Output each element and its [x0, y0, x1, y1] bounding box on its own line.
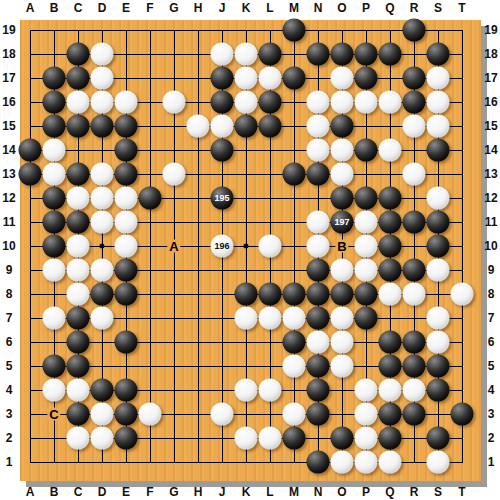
row-label-left: 2 — [6, 432, 13, 444]
row-label-left: 16 — [2, 96, 15, 108]
white-stone — [235, 91, 258, 114]
black-stone — [403, 403, 426, 426]
white-stone — [379, 451, 402, 474]
white-stone — [307, 235, 330, 258]
white-stone — [235, 427, 258, 450]
black-stone — [331, 283, 354, 306]
white-stone — [235, 67, 258, 90]
white-stone — [43, 163, 66, 186]
white-stone — [91, 259, 114, 282]
white-stone — [211, 115, 234, 138]
white-stone — [259, 307, 282, 330]
white-stone — [355, 211, 378, 234]
column-label-top: P — [362, 2, 370, 14]
white-stone — [115, 211, 138, 234]
white-stone — [355, 91, 378, 114]
black-stone — [427, 427, 450, 450]
black-stone — [91, 379, 114, 402]
row-label-left: 14 — [2, 144, 15, 156]
black-stone — [235, 283, 258, 306]
white-stone — [283, 355, 306, 378]
row-label-left: 7 — [6, 312, 13, 324]
black-stone — [355, 139, 378, 162]
black-stone — [115, 163, 138, 186]
white-stone — [379, 91, 402, 114]
white-stone — [403, 115, 426, 138]
black-stone — [283, 427, 306, 450]
black-stone — [115, 283, 138, 306]
point-label: C — [47, 408, 60, 421]
black-stone — [259, 91, 282, 114]
go-diagram: 195196197ABC AABBCCDDEEFFGGHHJJKKLLMMNNO… — [0, 0, 500, 500]
row-label-left: 19 — [2, 24, 15, 36]
white-stone — [115, 235, 138, 258]
black-stone — [19, 163, 42, 186]
black-stone — [331, 115, 354, 138]
white-stone — [67, 259, 90, 282]
row-label-left: 1 — [6, 456, 13, 468]
column-label-top: J — [219, 2, 226, 14]
black-stone — [355, 283, 378, 306]
white-stone — [307, 139, 330, 162]
row-label-left: 11 — [3, 216, 16, 228]
black-stone — [427, 139, 450, 162]
black-stone — [403, 211, 426, 234]
column-label-top: T — [458, 2, 465, 14]
white-stone — [67, 235, 90, 258]
white-stone — [331, 259, 354, 282]
row-label-right: 15 — [484, 120, 497, 132]
white-stone — [331, 163, 354, 186]
white-stone — [307, 211, 330, 234]
column-label-top: R — [410, 2, 419, 14]
column-label-top: C — [74, 2, 83, 14]
row-label-right: 3 — [488, 408, 495, 420]
white-stone — [91, 67, 114, 90]
row-label-left: 5 — [6, 360, 13, 372]
black-stone — [427, 379, 450, 402]
black-stone — [355, 67, 378, 90]
black-stone — [427, 43, 450, 66]
black-stone — [379, 427, 402, 450]
white-stone — [259, 427, 282, 450]
row-label-right: 14 — [484, 144, 497, 156]
row-label-left: 3 — [6, 408, 13, 420]
point-label: A — [167, 240, 180, 253]
row-label-right: 4 — [488, 384, 495, 396]
column-label-bottom: M — [289, 486, 299, 498]
white-stone — [427, 307, 450, 330]
black-stone — [355, 187, 378, 210]
white-stone — [259, 235, 282, 258]
black-stone — [403, 67, 426, 90]
black-stone — [283, 19, 306, 42]
black-stone — [259, 283, 282, 306]
black-stone — [451, 403, 474, 426]
black-stone — [67, 307, 90, 330]
move-number-label: 195 — [214, 194, 229, 203]
white-stone — [427, 259, 450, 282]
white-stone — [427, 451, 450, 474]
white-stone — [355, 403, 378, 426]
white-stone — [235, 307, 258, 330]
column-label-bottom: G — [169, 486, 178, 498]
white-stone — [331, 307, 354, 330]
row-label-left: 10 — [2, 240, 15, 252]
row-label-left: 13 — [2, 168, 15, 180]
white-stone — [259, 67, 282, 90]
column-label-top: L — [266, 2, 273, 14]
column-label-bottom: E — [122, 486, 130, 498]
black-stone — [427, 235, 450, 258]
column-label-top: O — [337, 2, 346, 14]
star-point — [100, 244, 105, 249]
move-number-label: 197 — [334, 218, 349, 227]
black-stone — [427, 211, 450, 234]
column-label-bottom: B — [50, 486, 59, 498]
white-stone — [451, 283, 474, 306]
white-stone — [355, 235, 378, 258]
white-stone — [139, 403, 162, 426]
white-stone — [211, 403, 234, 426]
black-stone — [91, 115, 114, 138]
white-stone — [67, 379, 90, 402]
black-stone — [307, 451, 330, 474]
row-label-right: 11 — [485, 216, 498, 228]
black-stone — [115, 259, 138, 282]
white-stone — [163, 91, 186, 114]
row-label-left: 8 — [6, 288, 13, 300]
white-stone — [355, 379, 378, 402]
black-stone — [379, 187, 402, 210]
black-stone — [307, 355, 330, 378]
white-stone — [379, 283, 402, 306]
row-label-right: 12 — [484, 192, 497, 204]
white-stone — [91, 91, 114, 114]
black-stone — [115, 403, 138, 426]
black-stone — [259, 43, 282, 66]
black-stone — [379, 355, 402, 378]
white-stone — [43, 139, 66, 162]
black-stone — [43, 115, 66, 138]
white-stone — [91, 211, 114, 234]
white-stone — [91, 427, 114, 450]
black-stone — [43, 91, 66, 114]
column-label-top: S — [434, 2, 442, 14]
black-stone — [307, 403, 330, 426]
row-label-right: 5 — [488, 360, 495, 372]
column-label-top: N — [314, 2, 323, 14]
column-label-bottom: Q — [385, 486, 394, 498]
black-stone — [211, 67, 234, 90]
black-stone — [307, 307, 330, 330]
white-stone — [331, 91, 354, 114]
black-stone — [115, 427, 138, 450]
white-stone — [43, 259, 66, 282]
white-stone — [379, 139, 402, 162]
column-label-bottom: S — [434, 486, 442, 498]
column-label-bottom: A — [26, 486, 35, 498]
black-stone — [379, 211, 402, 234]
white-stone — [91, 403, 114, 426]
black-stone — [283, 283, 306, 306]
black-stone — [67, 355, 90, 378]
row-label-left: 15 — [2, 120, 15, 132]
black-stone — [403, 91, 426, 114]
black-stone — [259, 115, 282, 138]
column-label-bottom: L — [266, 486, 273, 498]
black-stone — [67, 403, 90, 426]
white-stone — [331, 355, 354, 378]
black-stone — [331, 187, 354, 210]
white-stone — [331, 451, 354, 474]
column-label-bottom: D — [98, 486, 107, 498]
black-stone — [355, 307, 378, 330]
black-stone — [403, 19, 426, 42]
point-label: B — [335, 240, 348, 253]
row-label-right: 17 — [484, 72, 497, 84]
column-label-bottom: P — [362, 486, 370, 498]
white-stone — [91, 187, 114, 210]
black-stone — [331, 43, 354, 66]
column-label-bottom: F — [146, 486, 153, 498]
white-stone — [187, 115, 210, 138]
white-stone — [403, 379, 426, 402]
white-stone — [379, 379, 402, 402]
white-stone — [427, 187, 450, 210]
white-stone — [331, 67, 354, 90]
black-stone — [331, 427, 354, 450]
black-stone — [235, 115, 258, 138]
black-stone — [43, 235, 66, 258]
black-stone — [379, 235, 402, 258]
column-label-bottom: O — [337, 486, 346, 498]
white-stone — [43, 307, 66, 330]
black-stone — [67, 163, 90, 186]
white-stone — [403, 283, 426, 306]
white-stone — [307, 115, 330, 138]
white-stone — [91, 43, 114, 66]
row-label-right: 8 — [488, 288, 495, 300]
column-label-bottom: K — [242, 486, 251, 498]
black-stone — [115, 331, 138, 354]
row-label-right: 18 — [484, 48, 497, 60]
black-stone — [67, 211, 90, 234]
row-label-left: 18 — [2, 48, 15, 60]
black-stone — [43, 187, 66, 210]
black-stone — [115, 115, 138, 138]
white-stone — [211, 43, 234, 66]
black-stone — [91, 283, 114, 306]
white-stone — [91, 163, 114, 186]
column-label-bottom: T — [458, 486, 465, 498]
black-stone — [43, 355, 66, 378]
white-stone — [163, 163, 186, 186]
white-stone — [67, 283, 90, 306]
column-label-top: M — [289, 2, 299, 14]
black-stone — [427, 355, 450, 378]
column-label-top: D — [98, 2, 107, 14]
black-stone — [283, 331, 306, 354]
column-label-bottom: H — [194, 486, 203, 498]
black-stone — [379, 43, 402, 66]
row-label-right: 7 — [488, 312, 495, 324]
black-stone — [403, 331, 426, 354]
row-label-right: 10 — [484, 240, 497, 252]
black-stone — [283, 67, 306, 90]
row-label-left: 4 — [6, 384, 13, 396]
row-label-right: 16 — [484, 96, 497, 108]
move-number-label: 196 — [214, 242, 229, 251]
white-stone — [355, 259, 378, 282]
black-stone — [403, 355, 426, 378]
black-stone — [211, 91, 234, 114]
column-label-top: E — [122, 2, 130, 14]
white-stone — [355, 427, 378, 450]
row-label-left: 12 — [2, 192, 15, 204]
white-stone — [67, 427, 90, 450]
black-stone — [43, 211, 66, 234]
white-stone — [307, 331, 330, 354]
black-stone — [355, 43, 378, 66]
white-stone — [283, 307, 306, 330]
black-stone — [283, 163, 306, 186]
black-stone — [67, 331, 90, 354]
white-stone — [67, 91, 90, 114]
column-label-top: F — [146, 2, 153, 14]
black-stone — [211, 139, 234, 162]
white-stone — [91, 307, 114, 330]
column-label-top: G — [169, 2, 178, 14]
white-stone — [355, 451, 378, 474]
black-stone — [307, 379, 330, 402]
black-stone — [115, 139, 138, 162]
white-stone — [427, 91, 450, 114]
black-stone — [139, 187, 162, 210]
black-stone — [307, 163, 330, 186]
white-stone — [235, 379, 258, 402]
black-stone — [379, 259, 402, 282]
white-stone — [67, 187, 90, 210]
black-stone — [307, 283, 330, 306]
row-label-right: 13 — [484, 168, 497, 180]
black-stone — [403, 259, 426, 282]
black-stone — [379, 331, 402, 354]
white-stone — [427, 67, 450, 90]
black-stone — [307, 259, 330, 282]
white-stone — [259, 379, 282, 402]
column-label-bottom: R — [410, 486, 419, 498]
white-stone — [427, 115, 450, 138]
black-stone — [67, 67, 90, 90]
black-stone — [379, 403, 402, 426]
white-stone — [403, 163, 426, 186]
white-stone — [283, 403, 306, 426]
row-label-right: 9 — [488, 264, 495, 276]
white-stone — [115, 91, 138, 114]
white-stone — [115, 187, 138, 210]
column-label-top: K — [242, 2, 251, 14]
column-label-top: A — [26, 2, 35, 14]
white-stone — [43, 379, 66, 402]
column-label-bottom: N — [314, 486, 323, 498]
white-stone — [307, 91, 330, 114]
row-label-right: 6 — [488, 336, 495, 348]
row-label-left: 9 — [6, 264, 13, 276]
white-stone — [331, 331, 354, 354]
black-stone — [67, 115, 90, 138]
white-stone — [235, 43, 258, 66]
black-stone — [67, 43, 90, 66]
column-label-bottom: C — [74, 486, 83, 498]
black-stone — [43, 67, 66, 90]
black-stone — [19, 139, 42, 162]
white-stone — [331, 139, 354, 162]
star-point — [244, 244, 249, 249]
white-stone — [427, 331, 450, 354]
row-label-right: 2 — [488, 432, 495, 444]
column-label-top: B — [50, 2, 59, 14]
column-label-bottom: J — [219, 486, 226, 498]
column-label-top: Q — [385, 2, 394, 14]
black-stone — [307, 43, 330, 66]
column-label-top: H — [194, 2, 203, 14]
row-label-left: 17 — [2, 72, 15, 84]
row-label-right: 19 — [484, 24, 497, 36]
row-label-left: 6 — [6, 336, 13, 348]
black-stone — [115, 379, 138, 402]
row-label-right: 1 — [488, 456, 495, 468]
